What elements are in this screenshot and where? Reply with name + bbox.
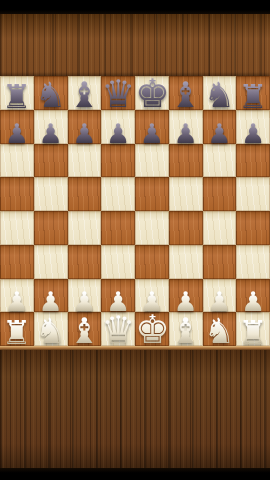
white-rook[interactable]: ♜ (0, 316, 34, 349)
square-f3[interactable] (169, 245, 203, 279)
white-bishop[interactable]: ♝ (169, 314, 203, 349)
square-f1[interactable]: ♝ (169, 312, 203, 346)
square-b2[interactable]: ♟ (34, 279, 68, 313)
square-e3[interactable] (135, 245, 169, 279)
black-queen[interactable]: ♛ (101, 75, 135, 113)
square-a8[interactable]: ♜ (0, 76, 34, 110)
black-king[interactable]: ♚ (135, 74, 169, 113)
white-pawn[interactable]: ♟ (0, 288, 34, 315)
square-b3[interactable] (34, 245, 68, 279)
square-f4[interactable] (169, 211, 203, 245)
square-d4[interactable] (101, 211, 135, 245)
black-pawn[interactable]: ♟ (34, 120, 68, 147)
square-c6[interactable] (68, 144, 102, 178)
square-b4[interactable] (34, 211, 68, 245)
square-h3[interactable] (236, 245, 270, 279)
black-bishop[interactable]: ♝ (68, 78, 102, 113)
square-g1[interactable]: ♞ (203, 312, 237, 346)
square-f7[interactable]: ♟ (169, 110, 203, 144)
square-e4[interactable] (135, 211, 169, 245)
black-knight[interactable]: ♞ (203, 78, 237, 113)
square-f6[interactable] (169, 144, 203, 178)
black-pawn[interactable]: ♟ (101, 120, 135, 147)
square-c2[interactable]: ♟ (68, 279, 102, 313)
square-h4[interactable] (236, 211, 270, 245)
bottom-black-bar (0, 468, 270, 480)
black-bishop[interactable]: ♝ (169, 78, 203, 113)
square-b6[interactable] (34, 144, 68, 178)
black-pawn[interactable]: ♟ (236, 120, 270, 147)
control-panel: ♚ New Option Undo Menu Hint Back (0, 346, 270, 468)
square-e8[interactable]: ♚ (135, 76, 169, 110)
square-f5[interactable] (169, 177, 203, 211)
square-d5[interactable] (101, 177, 135, 211)
black-rook[interactable]: ♜ (0, 80, 34, 113)
square-c3[interactable] (68, 245, 102, 279)
square-a3[interactable] (0, 245, 34, 279)
chess-app-screen: ♜♞♝♛♚♝♞♜♟♟♟♟♟♟♟♟♟♟♟♟♟♟♟♟♜♞♝♛♚♝♞♜ ♚ New O… (0, 0, 270, 480)
white-king[interactable]: ♚ (135, 310, 169, 349)
board-bottom-edge (0, 346, 270, 350)
white-bishop[interactable]: ♝ (68, 314, 102, 349)
black-pawn[interactable]: ♟ (68, 120, 102, 147)
square-a5[interactable] (0, 177, 34, 211)
white-knight[interactable]: ♞ (34, 314, 68, 349)
square-c8[interactable]: ♝ (68, 76, 102, 110)
square-b5[interactable] (34, 177, 68, 211)
square-b8[interactable]: ♞ (34, 76, 68, 110)
square-e1[interactable]: ♚ (135, 312, 169, 346)
square-e5[interactable] (135, 177, 169, 211)
square-b1[interactable]: ♞ (34, 312, 68, 346)
black-pawn[interactable]: ♟ (203, 120, 237, 147)
black-knight[interactable]: ♞ (34, 78, 68, 113)
square-h5[interactable] (236, 177, 270, 211)
black-pawn[interactable]: ♟ (0, 120, 34, 147)
square-f2[interactable]: ♟ (169, 279, 203, 313)
square-g4[interactable] (203, 211, 237, 245)
square-c1[interactable]: ♝ (68, 312, 102, 346)
black-pawn[interactable]: ♟ (169, 120, 203, 147)
square-d3[interactable] (101, 245, 135, 279)
black-pawn[interactable]: ♟ (135, 120, 169, 147)
square-g7[interactable]: ♟ (203, 110, 237, 144)
square-a4[interactable] (0, 211, 34, 245)
square-c4[interactable] (68, 211, 102, 245)
square-c7[interactable]: ♟ (68, 110, 102, 144)
white-rook[interactable]: ♜ (236, 316, 270, 349)
square-g3[interactable] (203, 245, 237, 279)
square-f8[interactable]: ♝ (169, 76, 203, 110)
square-g2[interactable]: ♟ (203, 279, 237, 313)
square-a1[interactable]: ♜ (0, 312, 34, 346)
square-d6[interactable] (101, 144, 135, 178)
square-h2[interactable]: ♟ (236, 279, 270, 313)
wood-background-top (0, 14, 270, 76)
square-a6[interactable] (0, 144, 34, 178)
black-rook[interactable]: ♜ (236, 80, 270, 113)
square-h8[interactable]: ♜ (236, 76, 270, 110)
square-d8[interactable]: ♛ (101, 76, 135, 110)
square-d1[interactable]: ♛ (101, 312, 135, 346)
square-a2[interactable]: ♟ (0, 279, 34, 313)
square-g8[interactable]: ♞ (203, 76, 237, 110)
chess-board[interactable]: ♜♞♝♛♚♝♞♜♟♟♟♟♟♟♟♟♟♟♟♟♟♟♟♟♜♞♝♛♚♝♞♜ (0, 76, 270, 346)
square-e6[interactable] (135, 144, 169, 178)
square-g6[interactable] (203, 144, 237, 178)
square-h6[interactable] (236, 144, 270, 178)
square-h1[interactable]: ♜ (236, 312, 270, 346)
square-c5[interactable] (68, 177, 102, 211)
white-knight[interactable]: ♞ (203, 314, 237, 349)
status-bar (0, 0, 270, 14)
white-pawn[interactable]: ♟ (236, 288, 270, 315)
white-queen[interactable]: ♛ (101, 311, 135, 349)
square-b7[interactable]: ♟ (34, 110, 68, 144)
square-g5[interactable] (203, 177, 237, 211)
